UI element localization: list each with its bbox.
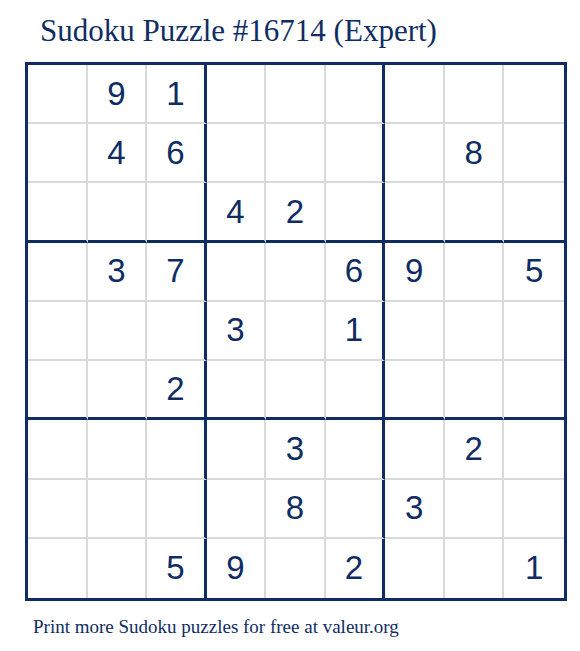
sudoku-cell-r6c6[interactable] bbox=[326, 361, 386, 420]
sudoku-cell-r8c8[interactable] bbox=[445, 480, 505, 539]
sudoku-cell-r5c5[interactable] bbox=[266, 302, 326, 361]
sudoku-cell-r3c4[interactable]: 4 bbox=[207, 183, 267, 242]
sudoku-cell-r2c3[interactable]: 6 bbox=[147, 124, 207, 183]
sudoku-cell-r1c2[interactable]: 9 bbox=[88, 65, 148, 124]
sudoku-cell-r6c8[interactable] bbox=[445, 361, 505, 420]
sudoku-cell-r7c3[interactable] bbox=[147, 420, 207, 479]
sudoku-cell-r8c5[interactable]: 8 bbox=[266, 480, 326, 539]
sudoku-cell-r1c3[interactable]: 1 bbox=[147, 65, 207, 124]
sudoku-cell-r4c3[interactable]: 7 bbox=[147, 243, 207, 302]
sudoku-cell-r5c7[interactable] bbox=[385, 302, 445, 361]
sudoku-cell-r5c2[interactable] bbox=[88, 302, 148, 361]
sudoku-cell-r4c5[interactable] bbox=[266, 243, 326, 302]
sudoku-board: 91468423769531232835921 bbox=[25, 62, 567, 601]
sudoku-cell-r7c5[interactable]: 3 bbox=[266, 420, 326, 479]
sudoku-cell-r3c2[interactable] bbox=[88, 183, 148, 242]
sudoku-cell-r8c7[interactable]: 3 bbox=[385, 480, 445, 539]
sudoku-cell-r1c4[interactable] bbox=[207, 65, 267, 124]
sudoku-page: Sudoku Puzzle #16714 (Expert) 9146842376… bbox=[0, 0, 580, 651]
sudoku-cell-r1c6[interactable] bbox=[326, 65, 386, 124]
sudoku-cell-r9c8[interactable] bbox=[445, 539, 505, 598]
sudoku-cell-r7c9[interactable] bbox=[504, 420, 564, 479]
sudoku-cell-r3c1[interactable] bbox=[28, 183, 88, 242]
sudoku-cell-r7c6[interactable] bbox=[326, 420, 386, 479]
sudoku-cell-r6c9[interactable] bbox=[504, 361, 564, 420]
sudoku-cell-r6c4[interactable] bbox=[207, 361, 267, 420]
sudoku-cell-r3c9[interactable] bbox=[504, 183, 564, 242]
sudoku-cell-r6c2[interactable] bbox=[88, 361, 148, 420]
sudoku-cell-r8c3[interactable] bbox=[147, 480, 207, 539]
sudoku-cell-r1c7[interactable] bbox=[385, 65, 445, 124]
sudoku-cell-r9c5[interactable] bbox=[266, 539, 326, 598]
sudoku-cell-r3c7[interactable] bbox=[385, 183, 445, 242]
sudoku-cell-r2c7[interactable] bbox=[385, 124, 445, 183]
page-title: Sudoku Puzzle #16714 (Expert) bbox=[40, 14, 437, 48]
sudoku-cell-r1c9[interactable] bbox=[504, 65, 564, 124]
sudoku-cell-r6c5[interactable] bbox=[266, 361, 326, 420]
footer-text: Print more Sudoku puzzles for free at va… bbox=[33, 616, 399, 638]
sudoku-cell-r4c9[interactable]: 5 bbox=[504, 243, 564, 302]
sudoku-cell-r7c8[interactable]: 2 bbox=[445, 420, 505, 479]
sudoku-cell-r7c2[interactable] bbox=[88, 420, 148, 479]
sudoku-cell-r4c2[interactable]: 3 bbox=[88, 243, 148, 302]
sudoku-cell-r4c1[interactable] bbox=[28, 243, 88, 302]
sudoku-cell-r4c6[interactable]: 6 bbox=[326, 243, 386, 302]
sudoku-cell-r1c5[interactable] bbox=[266, 65, 326, 124]
sudoku-cell-r2c5[interactable] bbox=[266, 124, 326, 183]
sudoku-cell-r2c4[interactable] bbox=[207, 124, 267, 183]
sudoku-cell-r9c4[interactable]: 9 bbox=[207, 539, 267, 598]
sudoku-cell-r9c1[interactable] bbox=[28, 539, 88, 598]
sudoku-cell-r9c2[interactable] bbox=[88, 539, 148, 598]
sudoku-cell-r8c2[interactable] bbox=[88, 480, 148, 539]
sudoku-cell-r5c3[interactable] bbox=[147, 302, 207, 361]
sudoku-cell-r6c7[interactable] bbox=[385, 361, 445, 420]
sudoku-cell-r8c6[interactable] bbox=[326, 480, 386, 539]
sudoku-cell-r5c6[interactable]: 1 bbox=[326, 302, 386, 361]
sudoku-cell-r3c5[interactable]: 2 bbox=[266, 183, 326, 242]
sudoku-cell-r9c3[interactable]: 5 bbox=[147, 539, 207, 598]
sudoku-cell-r4c8[interactable] bbox=[445, 243, 505, 302]
sudoku-cell-r7c7[interactable] bbox=[385, 420, 445, 479]
sudoku-cell-r1c8[interactable] bbox=[445, 65, 505, 124]
sudoku-cell-r2c6[interactable] bbox=[326, 124, 386, 183]
sudoku-cell-r5c8[interactable] bbox=[445, 302, 505, 361]
sudoku-cell-r3c6[interactable] bbox=[326, 183, 386, 242]
sudoku-cell-r8c4[interactable] bbox=[207, 480, 267, 539]
sudoku-cell-r3c8[interactable] bbox=[445, 183, 505, 242]
sudoku-cell-r9c9[interactable]: 1 bbox=[504, 539, 564, 598]
sudoku-cell-r4c7[interactable]: 9 bbox=[385, 243, 445, 302]
sudoku-cell-r8c9[interactable] bbox=[504, 480, 564, 539]
sudoku-cell-r9c7[interactable] bbox=[385, 539, 445, 598]
sudoku-cell-r2c2[interactable]: 4 bbox=[88, 124, 148, 183]
sudoku-cell-r7c1[interactable] bbox=[28, 420, 88, 479]
sudoku-cell-r2c1[interactable] bbox=[28, 124, 88, 183]
sudoku-cell-r7c4[interactable] bbox=[207, 420, 267, 479]
sudoku-cell-r5c4[interactable]: 3 bbox=[207, 302, 267, 361]
sudoku-cell-r5c9[interactable] bbox=[504, 302, 564, 361]
sudoku-cell-r4c4[interactable] bbox=[207, 243, 267, 302]
sudoku-cell-r8c1[interactable] bbox=[28, 480, 88, 539]
sudoku-cell-r9c6[interactable]: 2 bbox=[326, 539, 386, 598]
sudoku-cell-r6c1[interactable] bbox=[28, 361, 88, 420]
sudoku-cell-r5c1[interactable] bbox=[28, 302, 88, 361]
sudoku-cell-r6c3[interactable]: 2 bbox=[147, 361, 207, 420]
sudoku-cell-r2c9[interactable] bbox=[504, 124, 564, 183]
sudoku-cell-r1c1[interactable] bbox=[28, 65, 88, 124]
sudoku-cell-r2c8[interactable]: 8 bbox=[445, 124, 505, 183]
sudoku-cell-r3c3[interactable] bbox=[147, 183, 207, 242]
